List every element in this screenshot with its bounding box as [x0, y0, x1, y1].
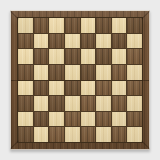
square-e3	[81, 96, 96, 111]
square-d8	[65, 18, 80, 33]
board-inner-border	[17, 17, 143, 143]
square-g8	[112, 18, 127, 33]
square-a2	[18, 112, 33, 127]
square-a5	[18, 65, 33, 80]
square-e6	[81, 49, 96, 64]
square-h3	[127, 96, 142, 111]
square-c6	[49, 49, 64, 64]
square-a7	[18, 34, 33, 49]
square-h7	[127, 34, 142, 49]
square-h8	[127, 18, 142, 33]
square-b6	[34, 49, 49, 64]
photo-background	[0, 0, 160, 160]
square-g2	[112, 112, 127, 127]
square-b2	[34, 112, 49, 127]
square-b3	[34, 96, 49, 111]
square-f7	[96, 34, 111, 49]
square-d3	[65, 96, 80, 111]
square-f4	[96, 81, 111, 96]
square-c3	[49, 96, 64, 111]
square-c1	[49, 127, 64, 142]
square-h1	[127, 127, 142, 142]
square-h6	[127, 49, 142, 64]
square-b8	[34, 18, 49, 33]
square-a4	[18, 81, 33, 96]
square-b5	[34, 65, 49, 80]
square-c2	[49, 112, 64, 127]
square-c4	[49, 81, 64, 96]
square-h2	[127, 112, 142, 127]
board-frame	[11, 11, 149, 149]
square-a3	[18, 96, 33, 111]
square-g3	[112, 96, 127, 111]
square-f2	[96, 112, 111, 127]
square-a6	[18, 49, 33, 64]
square-e4	[81, 81, 96, 96]
square-c8	[49, 18, 64, 33]
square-f1	[96, 127, 111, 142]
square-h4	[127, 81, 142, 96]
square-a8	[18, 18, 33, 33]
square-b1	[34, 127, 49, 142]
square-f8	[96, 18, 111, 33]
square-d4	[65, 81, 80, 96]
square-h5	[127, 65, 142, 80]
board-grid	[18, 18, 142, 142]
square-e1	[81, 127, 96, 142]
square-g4	[112, 81, 127, 96]
square-g7	[112, 34, 127, 49]
square-c5	[49, 65, 64, 80]
square-e2	[81, 112, 96, 127]
square-b7	[34, 34, 49, 49]
square-d6	[65, 49, 80, 64]
square-c7	[49, 34, 64, 49]
square-g6	[112, 49, 127, 64]
square-f5	[96, 65, 111, 80]
square-e8	[81, 18, 96, 33]
square-d5	[65, 65, 80, 80]
square-g5	[112, 65, 127, 80]
square-a1	[18, 127, 33, 142]
square-f3	[96, 96, 111, 111]
square-d1	[65, 127, 80, 142]
square-e7	[81, 34, 96, 49]
square-d7	[65, 34, 80, 49]
chessboard	[10, 10, 150, 150]
square-f6	[96, 49, 111, 64]
square-d2	[65, 112, 80, 127]
square-g1	[112, 127, 127, 142]
square-e5	[81, 65, 96, 80]
square-b4	[34, 81, 49, 96]
